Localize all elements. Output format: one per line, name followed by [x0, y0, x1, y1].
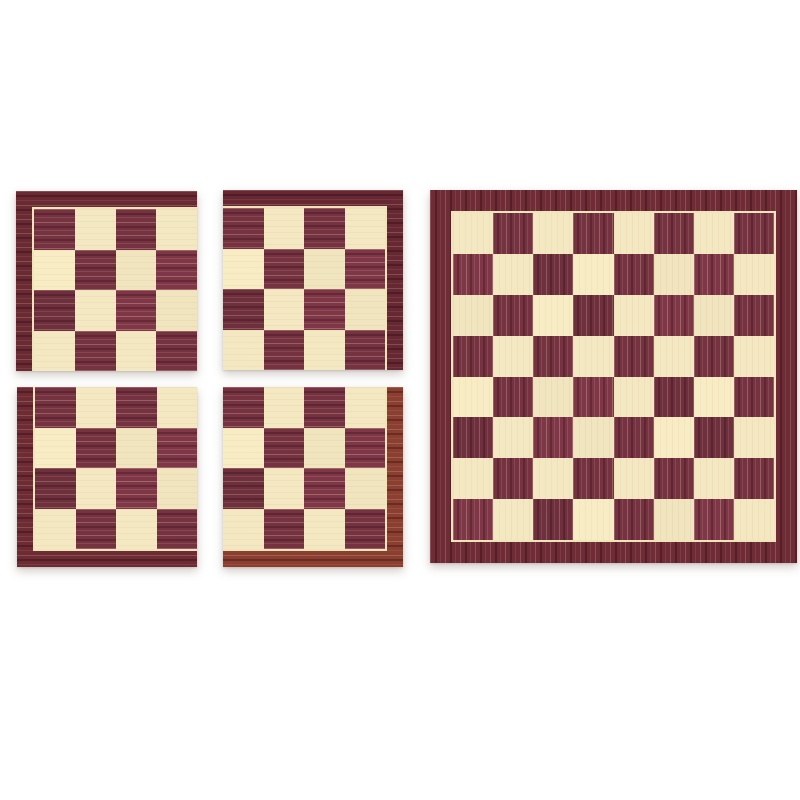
light-square — [654, 254, 694, 295]
dark-square — [304, 387, 345, 428]
light-square — [533, 377, 573, 418]
dark-square — [264, 428, 305, 469]
light-square — [35, 509, 76, 550]
light-square — [345, 208, 386, 249]
light-square — [573, 417, 613, 458]
dark-square — [734, 213, 774, 254]
chessboard-corner-detail-top-right — [223, 190, 403, 370]
dark-square — [116, 209, 157, 250]
light-square — [116, 509, 157, 550]
light-square — [157, 468, 198, 509]
light-square — [35, 428, 76, 469]
dark-square — [304, 289, 345, 330]
light-square — [116, 428, 157, 469]
light-square — [223, 330, 264, 371]
light-square — [76, 387, 117, 428]
dark-square — [694, 254, 734, 295]
light-square — [654, 499, 694, 540]
dark-square — [533, 336, 573, 377]
dark-square — [614, 254, 654, 295]
dark-square — [345, 249, 386, 290]
light-square — [694, 377, 734, 418]
light-square — [734, 499, 774, 540]
light-square — [734, 254, 774, 295]
light-square — [533, 295, 573, 336]
light-square — [493, 417, 533, 458]
dark-square — [734, 458, 774, 499]
dark-square — [75, 331, 116, 372]
dark-square — [654, 213, 694, 254]
dark-square — [694, 499, 734, 540]
light-square — [223, 509, 264, 550]
dark-square — [573, 213, 613, 254]
light-square — [614, 213, 654, 254]
light-square — [223, 428, 264, 469]
light-square — [156, 209, 197, 250]
playing-grid — [33, 387, 197, 551]
light-square — [304, 509, 345, 550]
dark-square — [573, 295, 613, 336]
dark-square — [223, 208, 264, 249]
dark-square — [453, 417, 493, 458]
dark-square — [157, 509, 198, 550]
light-square — [453, 295, 493, 336]
dark-square — [453, 254, 493, 295]
light-square — [493, 254, 533, 295]
dark-square — [223, 468, 264, 509]
light-square — [75, 290, 116, 331]
dark-square — [116, 468, 157, 509]
dark-square — [493, 295, 533, 336]
light-square — [34, 250, 75, 291]
dark-square — [76, 509, 117, 550]
light-square — [694, 213, 734, 254]
dark-square — [116, 387, 157, 428]
light-square — [614, 377, 654, 418]
light-square — [304, 249, 345, 290]
dark-square — [493, 213, 533, 254]
dark-square — [694, 336, 734, 377]
dark-square — [264, 249, 305, 290]
dark-square — [345, 428, 386, 469]
dark-square — [76, 428, 117, 469]
light-square — [654, 417, 694, 458]
dark-square — [734, 295, 774, 336]
full-chessboard — [430, 190, 797, 563]
dark-square — [264, 509, 305, 550]
light-square — [533, 458, 573, 499]
light-square — [573, 499, 613, 540]
light-square — [573, 254, 613, 295]
dark-square — [573, 377, 613, 418]
playing-grid — [223, 206, 387, 370]
chessboard-corner-detail-top-left — [16, 191, 197, 371]
dark-square — [157, 428, 198, 469]
dark-square — [533, 417, 573, 458]
light-square — [264, 468, 305, 509]
light-square — [345, 289, 386, 330]
playing-grid — [451, 211, 776, 542]
dark-square — [614, 499, 654, 540]
dark-square — [345, 509, 386, 550]
dark-square — [654, 377, 694, 418]
dark-square — [264, 330, 305, 371]
light-square — [453, 377, 493, 418]
chessboard-product-image — [0, 0, 800, 800]
light-square — [116, 250, 157, 291]
dark-square — [453, 499, 493, 540]
dark-square — [34, 209, 75, 250]
light-square — [75, 209, 116, 250]
dark-square — [614, 417, 654, 458]
light-square — [654, 336, 694, 377]
chessboard-corner-detail-bottom-left — [17, 387, 197, 567]
dark-square — [493, 377, 533, 418]
light-square — [34, 331, 75, 372]
dark-square — [156, 250, 197, 291]
dark-square — [35, 387, 76, 428]
light-square — [264, 208, 305, 249]
playing-grid — [223, 387, 387, 551]
dark-square — [654, 458, 694, 499]
light-square — [493, 336, 533, 377]
dark-square — [533, 499, 573, 540]
light-square — [734, 417, 774, 458]
light-square — [264, 289, 305, 330]
light-square — [116, 331, 157, 372]
dark-square — [34, 290, 75, 331]
dark-square — [35, 468, 76, 509]
dark-square — [573, 458, 613, 499]
light-square — [453, 213, 493, 254]
dark-square — [223, 289, 264, 330]
light-square — [573, 336, 613, 377]
light-square — [493, 499, 533, 540]
light-square — [734, 336, 774, 377]
playing-grid — [32, 207, 197, 371]
light-square — [694, 458, 734, 499]
dark-square — [304, 468, 345, 509]
light-square — [264, 387, 305, 428]
dark-square — [493, 458, 533, 499]
dark-square — [734, 377, 774, 418]
light-square — [156, 290, 197, 331]
dark-square — [116, 290, 157, 331]
dark-square — [156, 331, 197, 372]
light-square — [614, 295, 654, 336]
light-square — [345, 468, 386, 509]
light-square — [694, 295, 734, 336]
dark-square — [694, 417, 734, 458]
dark-square — [614, 336, 654, 377]
chessboard-corner-detail-bottom-right — [223, 387, 403, 567]
dark-square — [533, 254, 573, 295]
dark-square — [654, 295, 694, 336]
light-square — [614, 458, 654, 499]
light-square — [304, 428, 345, 469]
light-square — [223, 249, 264, 290]
dark-square — [75, 250, 116, 291]
light-square — [453, 458, 493, 499]
light-square — [345, 387, 386, 428]
dark-square — [304, 208, 345, 249]
light-square — [76, 468, 117, 509]
light-square — [304, 330, 345, 371]
dark-square — [223, 387, 264, 428]
light-square — [533, 213, 573, 254]
light-square — [157, 387, 198, 428]
dark-square — [453, 336, 493, 377]
dark-square — [345, 330, 386, 371]
